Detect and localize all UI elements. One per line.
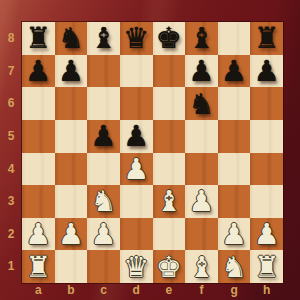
square-g4[interactable] [218,153,251,186]
square-h7[interactable]: ♟ [250,55,283,88]
square-a1[interactable]: ♜ [22,250,55,283]
black-pawn[interactable]: ♟ [254,55,280,87]
black-pawn[interactable]: ♟ [221,55,247,87]
square-d3[interactable] [120,185,153,218]
file-label-d: d [120,283,153,300]
square-a2[interactable]: ♟ [22,218,55,251]
chess-board: ♜♞♝♛♚♝♜♟♟♟♟♟♞♟♟♟♞♝♟♟♟♟♟♟♜♛♚♝♞♜ [22,22,283,283]
black-knight[interactable]: ♞ [188,88,214,120]
black-king[interactable]: ♚ [156,22,182,54]
white-rook[interactable]: ♜ [25,251,51,283]
black-bishop[interactable]: ♝ [91,22,117,54]
square-b5[interactable] [55,120,88,153]
square-b2[interactable]: ♟ [55,218,88,251]
file-label-b: b [55,283,88,300]
square-c4[interactable] [87,153,120,186]
file-label-a: a [22,283,55,300]
square-e8[interactable]: ♚ [153,22,186,55]
square-d1[interactable]: ♛ [120,250,153,283]
square-e7[interactable] [153,55,186,88]
square-h5[interactable] [250,120,283,153]
square-f2[interactable] [185,218,218,251]
square-d5[interactable]: ♟ [120,120,153,153]
white-pawn[interactable]: ♟ [91,218,117,250]
black-rook[interactable]: ♜ [25,22,51,54]
black-knight[interactable]: ♞ [58,22,84,54]
white-queen[interactable]: ♛ [123,251,149,283]
square-g7[interactable]: ♟ [218,55,251,88]
square-b1[interactable] [55,250,88,283]
square-h2[interactable]: ♟ [250,218,283,251]
square-c2[interactable]: ♟ [87,218,120,251]
square-f8[interactable]: ♝ [185,22,218,55]
white-pawn[interactable]: ♟ [58,218,84,250]
file-label-g: g [218,283,251,300]
rank-label-6: 6 [0,87,22,120]
rank-label-1: 1 [0,250,22,283]
rank-label-4: 4 [0,153,22,186]
square-c1[interactable] [87,250,120,283]
rank-label-2: 2 [0,218,22,251]
square-d4[interactable]: ♟ [120,153,153,186]
square-h6[interactable] [250,87,283,120]
square-f3[interactable]: ♟ [185,185,218,218]
file-label-c: c [87,283,120,300]
rank-label-8: 8 [0,22,22,55]
square-b7[interactable]: ♟ [55,55,88,88]
square-f5[interactable] [185,120,218,153]
file-label-h: h [250,283,283,300]
square-c8[interactable]: ♝ [87,22,120,55]
black-queen[interactable]: ♛ [123,22,149,54]
white-pawn[interactable]: ♟ [188,185,214,217]
black-pawn[interactable]: ♟ [123,120,149,152]
rank-label-3: 3 [0,185,22,218]
square-g2[interactable]: ♟ [218,218,251,251]
white-pawn[interactable]: ♟ [254,218,280,250]
black-pawn[interactable]: ♟ [25,55,51,87]
square-h3[interactable] [250,185,283,218]
file-label-e: e [153,283,186,300]
square-d2[interactable] [120,218,153,251]
square-h4[interactable] [250,153,283,186]
rank-label-7: 7 [0,55,22,88]
white-knight[interactable]: ♞ [91,185,117,217]
white-bishop[interactable]: ♝ [156,185,182,217]
square-g1[interactable]: ♞ [218,250,251,283]
square-g8[interactable] [218,22,251,55]
black-pawn[interactable]: ♟ [58,55,84,87]
square-c5[interactable]: ♟ [87,120,120,153]
square-b3[interactable] [55,185,88,218]
square-d7[interactable] [120,55,153,88]
square-e6[interactable] [153,87,186,120]
square-a5[interactable] [22,120,55,153]
file-label-f: f [185,283,218,300]
square-b4[interactable] [55,153,88,186]
square-e4[interactable] [153,153,186,186]
square-e5[interactable] [153,120,186,153]
square-e1[interactable]: ♚ [153,250,186,283]
white-pawn[interactable]: ♟ [221,218,247,250]
square-c7[interactable] [87,55,120,88]
square-h8[interactable]: ♜ [250,22,283,55]
square-f7[interactable]: ♟ [185,55,218,88]
square-d6[interactable] [120,87,153,120]
square-b8[interactable]: ♞ [55,22,88,55]
square-g6[interactable] [218,87,251,120]
square-d8[interactable]: ♛ [120,22,153,55]
square-e2[interactable] [153,218,186,251]
black-rook[interactable]: ♜ [254,22,280,54]
square-e3[interactable]: ♝ [153,185,186,218]
board-frame: ♜♞♝♛♚♝♜♟♟♟♟♟♞♟♟♟♞♝♟♟♟♟♟♟♜♛♚♝♞♜ 87654321a… [0,0,300,300]
black-pawn[interactable]: ♟ [188,55,214,87]
white-bishop[interactable]: ♝ [188,251,214,283]
black-bishop[interactable]: ♝ [188,22,214,54]
square-f4[interactable] [185,153,218,186]
square-f6[interactable]: ♞ [185,87,218,120]
rank-label-5: 5 [0,120,22,153]
square-c3[interactable]: ♞ [87,185,120,218]
square-g5[interactable] [218,120,251,153]
white-knight[interactable]: ♞ [221,251,247,283]
square-c6[interactable] [87,87,120,120]
square-a7[interactable]: ♟ [22,55,55,88]
white-king[interactable]: ♚ [156,251,182,283]
white-pawn[interactable]: ♟ [123,153,149,185]
square-a4[interactable] [22,153,55,186]
square-b6[interactable] [55,87,88,120]
square-f1[interactable]: ♝ [185,250,218,283]
square-h1[interactable]: ♜ [250,250,283,283]
white-rook[interactable]: ♜ [254,251,280,283]
white-pawn[interactable]: ♟ [25,218,51,250]
square-a3[interactable] [22,185,55,218]
square-a6[interactable] [22,87,55,120]
black-pawn[interactable]: ♟ [91,120,117,152]
square-a8[interactable]: ♜ [22,22,55,55]
square-g3[interactable] [218,185,251,218]
